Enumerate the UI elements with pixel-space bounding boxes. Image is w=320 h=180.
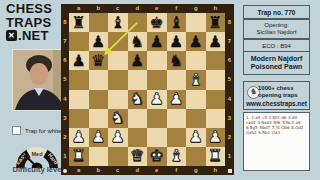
square-d1: ♛ <box>128 147 148 166</box>
rank-label-6: 6 <box>225 51 234 70</box>
square-b2: ♟ <box>89 128 109 147</box>
variation-line-2: Poisoned Pawn <box>251 63 303 72</box>
trap-side-checkbox[interactable] <box>12 126 21 135</box>
square-f6: ♞ <box>167 51 187 70</box>
variation-box: Modern Najdorf Poisoned Pawn <box>243 51 310 75</box>
rank-label-7: 7 <box>225 32 234 51</box>
piece-black-pawn: ♟ <box>169 34 183 50</box>
rank-label-1: 1 <box>61 147 69 166</box>
piece-black-bishop: ♝ <box>111 15 125 31</box>
piece-white-king: ♚ <box>150 148 164 164</box>
square-g2: ♟ <box>186 128 206 147</box>
piece-black-bishop: ♝ <box>169 15 183 31</box>
file-label-a: a <box>69 166 89 175</box>
file-label-e: e <box>147 4 167 13</box>
piece-black-pawn: ♟ <box>130 53 144 69</box>
square-d7: ♞ <box>128 32 148 51</box>
square-c5 <box>108 70 128 89</box>
rank-label-4: 4 <box>225 90 234 109</box>
square-h5 <box>206 70 226 89</box>
square-a3 <box>69 109 89 128</box>
square-c7 <box>108 32 128 51</box>
file-label-g: g <box>186 4 206 13</box>
rank-label-8: 8 <box>61 13 69 32</box>
rank-label-1: 1 <box>225 147 234 166</box>
moves-list: 1. 1.e4 c5 2.Nf3 d6 3.d4 cxd4 4.Nxd4 Nf6… <box>244 113 309 137</box>
square-c6 <box>108 51 128 70</box>
piece-black-pawn: ♟ <box>91 34 105 50</box>
square-h6 <box>206 51 226 70</box>
square-e5 <box>147 70 167 89</box>
square-e7: ♟ <box>147 32 167 51</box>
logo-line-2: TRAPS <box>6 16 52 30</box>
piece-white-pawn: ♟ <box>91 129 105 145</box>
square-a5 <box>69 70 89 89</box>
square-c2: ♟ <box>108 128 128 147</box>
file-label-e: e <box>147 166 167 175</box>
square-a8: ♜ <box>69 13 89 32</box>
square-b4 <box>89 90 109 109</box>
square-e8: ♚ <box>147 13 167 32</box>
promo-url: www.chesstraps.net <box>244 100 309 107</box>
square-d8 <box>128 13 148 32</box>
square-h1: ♜ <box>206 147 226 166</box>
rank-label-5: 5 <box>225 70 234 89</box>
piece-white-pawn: ♟ <box>150 91 164 107</box>
trap-number-box: Trap no. 770 <box>243 5 310 19</box>
square-d4: ♞ <box>128 90 148 109</box>
square-e3 <box>147 109 167 128</box>
square-g7: ♟ <box>186 32 206 51</box>
promo-line-2: opening traps <box>258 92 298 98</box>
moves-box: 1. 1.e4 c5 2.Nf3 d6 3.d4 cxd4 4.Nxd4 Nf6… <box>243 112 310 171</box>
rank-label-3: 3 <box>225 109 234 128</box>
file-label-b: b <box>89 4 109 13</box>
crossed-x-icon: ✕ <box>6 30 17 41</box>
square-b7: ♟ <box>89 32 109 51</box>
square-g6 <box>186 51 206 70</box>
rank-label-6: 6 <box>61 51 69 70</box>
board-corner-marker-left <box>63 169 67 173</box>
piece-white-pawn: ♟ <box>208 129 222 145</box>
file-label-c: c <box>108 4 128 13</box>
square-a6: ♟ <box>69 51 89 70</box>
square-c4 <box>108 90 128 109</box>
square-b3 <box>89 109 109 128</box>
file-label-c: c <box>108 166 128 175</box>
rank-labels-right: 87654321 <box>225 13 234 166</box>
square-e2 <box>147 128 167 147</box>
piece-white-pawn: ♟ <box>72 129 86 145</box>
square-f4: ♟ <box>167 90 187 109</box>
piece-black-rook: ♜ <box>72 15 86 31</box>
square-e6 <box>147 51 167 70</box>
square-f3 <box>167 109 187 128</box>
logo-line-1: CHESS <box>6 2 52 16</box>
rank-label-4: 4 <box>61 90 69 109</box>
square-a7 <box>69 32 89 51</box>
site-logo: CHESS TRAPS ✕ .NET <box>6 2 52 43</box>
piece-black-king: ♚ <box>150 15 164 31</box>
square-c8: ♝ <box>108 13 128 32</box>
piece-white-rook: ♜ <box>208 148 222 164</box>
square-a2: ♟ <box>69 128 89 147</box>
square-h7: ♟ <box>206 32 226 51</box>
piece-black-knight: ♞ <box>130 34 144 50</box>
promo-line-1: 1000+ chess <box>258 85 294 91</box>
piece-black-pawn: ♟ <box>72 53 86 69</box>
rank-label-3: 3 <box>61 109 69 128</box>
square-a1: ♜ <box>69 147 89 166</box>
file-label-a: a <box>69 4 89 13</box>
file-label-d: d <box>128 4 148 13</box>
square-e1: ♚ <box>147 147 167 166</box>
rank-label-7: 7 <box>61 32 69 51</box>
square-f1: ♝ <box>167 147 187 166</box>
square-g5: ♝ <box>186 70 206 89</box>
piece-black-rook: ♜ <box>208 15 222 31</box>
square-f8: ♝ <box>167 13 187 32</box>
square-b1 <box>89 147 109 166</box>
piece-black-pawn: ♟ <box>150 34 164 50</box>
file-label-h: h <box>206 166 226 175</box>
trap-number: Trap no. 770 <box>258 9 296 16</box>
square-f5 <box>167 70 187 89</box>
piece-white-knight: ♞ <box>130 91 144 107</box>
square-d5 <box>128 70 148 89</box>
square-b8 <box>89 13 109 32</box>
opening-box: Opening: Sicilian Najdorf <box>243 19 310 39</box>
square-c3: ♞ <box>108 109 128 128</box>
piece-black-knight: ♞ <box>169 53 183 69</box>
rank-label-2: 2 <box>225 128 234 147</box>
piece-white-queen: ♛ <box>130 148 144 164</box>
square-b6: ♛ <box>89 51 109 70</box>
gauge-label-med: Med <box>32 151 43 157</box>
logo-line-3: .NET <box>18 29 49 43</box>
file-labels-bottom: abcdefgh <box>69 166 225 175</box>
rank-labels-left: 87654321 <box>61 13 69 166</box>
square-g1 <box>186 147 206 166</box>
piece-white-bishop: ♝ <box>189 72 203 88</box>
face <box>30 63 49 85</box>
square-d6: ♟ <box>128 51 148 70</box>
piece-black-pawn: ♟ <box>208 34 222 50</box>
rank-label-2: 2 <box>61 128 69 147</box>
square-h8: ♜ <box>206 13 226 32</box>
piece-white-pawn: ♟ <box>189 129 203 145</box>
opening-label: Opening: <box>264 22 288 30</box>
square-d2 <box>128 128 148 147</box>
square-g3 <box>186 109 206 128</box>
chessboard: abcdefgh abcdefgh 87654321 87654321 ♜♝♚♝… <box>61 4 234 175</box>
file-labels-top: abcdefgh <box>69 4 225 13</box>
trap-side-label: Trap for white <box>25 128 61 134</box>
file-label-b: b <box>89 166 109 175</box>
square-h3 <box>206 109 226 128</box>
square-g4 <box>186 90 206 109</box>
video-frame: CHESS TRAPS ✕ .NET Trap for white Easy M… <box>0 0 320 180</box>
piece-white-pawn: ♟ <box>111 129 125 145</box>
piece-white-bishop: ♝ <box>169 148 183 164</box>
piece-white-pawn: ♟ <box>169 91 183 107</box>
file-label-f: f <box>167 166 187 175</box>
file-label-f: f <box>167 4 187 13</box>
square-b5 <box>89 70 109 89</box>
file-label-h: h <box>206 4 226 13</box>
piece-white-rook: ♜ <box>72 148 86 164</box>
rank-label-5: 5 <box>61 70 69 89</box>
promo-box: ♞ 1000+ chess opening traps www.chesstra… <box>243 81 310 110</box>
piece-white-knight: ♞ <box>111 110 125 126</box>
opening-name: Sicilian Najdorf <box>256 29 296 37</box>
board-corner-marker-right <box>228 169 232 173</box>
rank-label-8: 8 <box>225 13 234 32</box>
square-f2 <box>167 128 187 147</box>
square-h4 <box>206 90 226 109</box>
square-g8 <box>186 13 206 32</box>
file-label-g: g <box>186 166 206 175</box>
square-a4 <box>69 90 89 109</box>
file-label-d: d <box>128 166 148 175</box>
piece-black-queen: ♛ <box>91 53 105 69</box>
presenter-photo <box>12 49 68 111</box>
square-c1 <box>108 147 128 166</box>
square-f7: ♟ <box>167 32 187 51</box>
trap-side-row: Trap for white <box>12 126 61 135</box>
square-d3 <box>128 109 148 128</box>
piece-black-pawn: ♟ <box>189 34 203 50</box>
square-e4: ♟ <box>147 90 167 109</box>
eco-code: ECO : B94 <box>262 43 291 49</box>
variation-line-1: Modern Najdorf <box>251 55 303 64</box>
square-h2: ♟ <box>206 128 226 147</box>
